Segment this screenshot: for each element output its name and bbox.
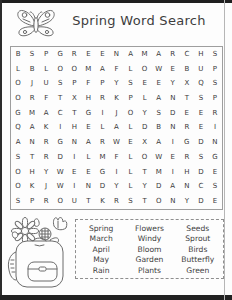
grid-cell-r7c15[interactable]: N (208, 135, 222, 150)
letter-grid: BSPGREENAMARCHSLBLOOMAFLOWEBUPOJUSPFPYSE… (10, 46, 223, 210)
daisy-flower (12, 218, 39, 245)
grid-cell-r10c5[interactable]: I (67, 180, 81, 195)
grid-cell-r2c13[interactable]: B (180, 62, 194, 77)
grid-cell-r4c14[interactable]: S (194, 91, 208, 106)
grid-cell-r10c15[interactable]: S (208, 180, 222, 195)
grid-cell-r1c11[interactable]: A (152, 47, 166, 62)
grid-cell-r9c1[interactable]: O (11, 165, 25, 180)
grid-cell-r8c2[interactable]: T (25, 150, 39, 165)
grid-cell-r4c13[interactable]: T (180, 91, 194, 106)
grid-cell-r2c7[interactable]: A (95, 62, 109, 77)
grid-cell-r11c13[interactable]: Y (180, 194, 194, 209)
grid-cell-r11c3[interactable]: R (39, 194, 53, 209)
grid-cell-r2c2[interactable]: B (25, 62, 39, 77)
butterfly-icon (15, 5, 57, 43)
grid-cell-r9c12[interactable]: I (166, 165, 180, 180)
grid-cell-r11c1[interactable]: S (11, 194, 25, 209)
grid-cell-r8c15[interactable]: G (208, 150, 222, 165)
grid-cell-r3c15[interactable]: S (208, 76, 222, 91)
grid-cell-r8c1[interactable]: S (11, 150, 25, 165)
grid-cell-r4c8[interactable]: K (109, 91, 123, 106)
grid-cell-r9c14[interactable]: D (194, 165, 208, 180)
word-flowers: Flowers (125, 224, 173, 233)
grid-cell-r11c7[interactable]: K (95, 194, 109, 209)
grid-cell-r10c9[interactable]: L (124, 180, 138, 195)
grid-cell-r8c3[interactable]: R (39, 150, 53, 165)
grid-cell-r7c10[interactable]: X (138, 135, 152, 150)
grid-cell-r10c13[interactable]: N (180, 180, 194, 195)
grid-cell-r9c13[interactable]: H (180, 165, 194, 180)
grid-cell-r7c7[interactable]: R (95, 135, 109, 150)
grid-cell-r10c11[interactable]: D (152, 180, 166, 195)
grid-cell-r5c5[interactable]: T (67, 106, 81, 121)
grid-cell-r6c2[interactable]: A (25, 121, 39, 136)
grid-cell-r5c6[interactable]: G (81, 106, 95, 121)
grid-cell-r2c10[interactable]: O (138, 62, 152, 77)
grid-cell-r8c10[interactable]: O (138, 150, 152, 165)
grid-cell-r7c12[interactable]: I (166, 135, 180, 150)
word-spring: Spring (77, 224, 125, 233)
grid-cell-r10c3[interactable]: J (39, 180, 53, 195)
grid-cell-r8c8[interactable]: F (109, 150, 123, 165)
grid-cell-r9c11[interactable]: M (152, 165, 166, 180)
grid-cell-r4c10[interactable]: L (138, 91, 152, 106)
grid-cell-r5c2[interactable]: M (25, 106, 39, 121)
grid-cell-r4c2[interactable]: R (25, 91, 39, 106)
grid-cell-r3c8[interactable]: Y (109, 76, 123, 91)
grid-cell-r10c12[interactable]: A (166, 180, 180, 195)
grid-cell-r1c14[interactable]: H (194, 47, 208, 62)
grid-cell-r7c2[interactable]: N (25, 135, 39, 150)
grid-cell-r5c3[interactable]: A (39, 106, 53, 121)
grid-cell-r1c10[interactable]: M (138, 47, 152, 62)
grid-cell-r2c15[interactable]: P (208, 62, 222, 77)
grid-cell-r5c8[interactable]: J (109, 106, 123, 121)
grid-cell-r3c6[interactable]: F (81, 76, 95, 91)
grid-cell-r6c13[interactable]: R (180, 121, 194, 136)
grid-cell-r11c14[interactable]: D (194, 194, 208, 209)
grid-cell-r4c3[interactable]: F (39, 91, 53, 106)
grid-cell-r11c6[interactable]: T (81, 194, 95, 209)
grid-cell-r7c4[interactable]: G (53, 135, 67, 150)
grid-cell-r2c4[interactable]: O (53, 62, 67, 77)
grid-cell-r11c2[interactable]: P (25, 194, 39, 209)
grid-cell-r9c5[interactable]: E (67, 165, 81, 180)
grid-cell-r3c14[interactable]: Q (194, 76, 208, 91)
grid-cell-r9c15[interactable]: E (208, 165, 222, 180)
grid-cell-r7c1[interactable]: A (11, 135, 25, 150)
grid-cell-r3c2[interactable]: J (25, 76, 39, 91)
grid-cell-r3c10[interactable]: E (138, 76, 152, 91)
grid-cell-r8c5[interactable]: I (67, 150, 81, 165)
grid-cell-r11c15[interactable]: E (208, 194, 222, 209)
grid-cell-r7c8[interactable]: W (109, 135, 123, 150)
word-windy: Windy (125, 234, 173, 243)
grid-cell-r5c9[interactable]: O (124, 106, 138, 121)
grid-cell-r11c8[interactable]: R (109, 194, 123, 209)
grid-cell-r7c6[interactable]: A (81, 135, 95, 150)
grid-cell-r1c3[interactable]: P (39, 47, 53, 62)
grid-cell-r8c11[interactable]: W (152, 150, 166, 165)
grid-cell-r6c15[interactable]: I (208, 121, 222, 136)
word-may: May (77, 255, 125, 264)
word-rain: Rain (77, 266, 125, 275)
grid-cell-r1c15[interactable]: S (208, 47, 222, 62)
grid-cell-r6c8[interactable]: A (109, 121, 123, 136)
grid-cell-r2c5[interactable]: O (67, 62, 81, 77)
word-green: Green (174, 266, 222, 275)
scan-edge-right (224, 0, 225, 300)
grid-cell-r6c11[interactable]: B (152, 121, 166, 136)
grid-cell-r3c3[interactable]: U (39, 76, 53, 91)
page-title: Spring Word Search (56, 13, 222, 28)
grid-cell-r4c1[interactable]: O (11, 91, 25, 106)
word-plants: Plants (125, 266, 173, 275)
grid-cell-r8c9[interactable]: L (124, 150, 138, 165)
grid-cell-r2c12[interactable]: E (166, 62, 180, 77)
grid-cell-r9c3[interactable]: Y (39, 165, 53, 180)
grid-cell-r3c1[interactable]: O (11, 76, 25, 91)
grid-cell-r6c1[interactable]: Q (11, 121, 25, 136)
word-garden: Garden (125, 255, 173, 264)
grid-cell-r9c7[interactable]: G (95, 165, 109, 180)
grid-cell-r1c2[interactable]: S (25, 47, 39, 62)
grid-cell-r8c4[interactable]: D (53, 150, 67, 165)
grid-cell-r4c12[interactable]: N (166, 91, 180, 106)
grid-cell-r7c9[interactable]: E (124, 135, 138, 150)
grid-cell-r3c4[interactable]: S (53, 76, 67, 91)
grid-cell-r8c6[interactable]: L (81, 150, 95, 165)
grid-cell-r10c1[interactable]: O (11, 180, 25, 195)
grid-cell-r7c14[interactable]: D (194, 135, 208, 150)
scan-edge-top (0, 0, 232, 3)
grid-cell-r5c1[interactable]: G (11, 106, 25, 121)
grid-cell-r4c15[interactable]: P (208, 91, 222, 106)
grid-cell-r2c14[interactable]: U (194, 62, 208, 77)
grid-cell-r9c4[interactable]: W (53, 165, 67, 180)
grid-cell-r9c2[interactable]: H (25, 165, 39, 180)
grid-cell-r2c3[interactable]: L (39, 62, 53, 77)
grid-cell-r4c6[interactable]: H (81, 91, 95, 106)
word-bloom: Bloom (125, 245, 173, 254)
grid-cell-r6c9[interactable]: L (124, 121, 138, 136)
grid-cell-r4c5[interactable]: X (67, 91, 81, 106)
grid-cell-r1c12[interactable]: R (166, 47, 180, 62)
grid-cell-r6c4[interactable]: I (53, 121, 67, 136)
grid-cell-r6c12[interactable]: N (166, 121, 180, 136)
grid-cell-r8c7[interactable]: M (95, 150, 109, 165)
grid-cell-r3c9[interactable]: S (124, 76, 138, 91)
grid-cell-r10c2[interactable]: K (25, 180, 39, 195)
grid-cell-r7c13[interactable]: G (180, 135, 194, 150)
grid-cell-r5c15[interactable]: R (208, 106, 222, 121)
grid-cell-r6c5[interactable]: H (67, 121, 81, 136)
word-april: April (77, 245, 125, 254)
grid-cell-r11c10[interactable]: T (138, 194, 152, 209)
grid-cell-r1c6[interactable]: E (81, 47, 95, 62)
grid-cell-r10c6[interactable]: N (81, 180, 95, 195)
grid-cell-r7c3[interactable]: R (39, 135, 53, 150)
word-list: SpringFlowersSeedsMarchWindySproutAprilB… (75, 219, 224, 279)
grid-cell-r5c11[interactable]: S (152, 106, 166, 121)
grid-cell-r11c12[interactable]: N (166, 194, 180, 209)
grid-cell-r1c8[interactable]: N (109, 47, 123, 62)
grid-cell-r11c11[interactable]: O (152, 194, 166, 209)
grid-cell-r2c8[interactable]: F (109, 62, 123, 77)
grid-cell-r2c1[interactable]: L (11, 62, 25, 77)
word-sprout: Sprout (174, 234, 222, 243)
grid-cell-r10c10[interactable]: Y (138, 180, 152, 195)
grid-cell-r3c7[interactable]: P (95, 76, 109, 91)
grid-cell-r2c9[interactable]: L (124, 62, 138, 77)
grid-cell-r1c7[interactable]: E (95, 47, 109, 62)
grid-cell-r4c4[interactable]: T (53, 91, 67, 106)
grid-cell-r9c6[interactable]: E (81, 165, 95, 180)
grid-cell-r1c5[interactable]: R (67, 47, 81, 62)
grid-cell-r1c4[interactable]: G (53, 47, 67, 62)
grid-cell-r11c5[interactable]: U (67, 194, 81, 209)
grid-cell-r10c7[interactable]: D (95, 180, 109, 195)
grid-cell-r1c1[interactable]: B (11, 47, 25, 62)
grid-cell-r9c9[interactable]: L (124, 165, 138, 180)
grid-cell-r2c6[interactable]: M (81, 62, 95, 77)
grid-cell-r3c13[interactable]: X (180, 76, 194, 91)
grid-cell-r10c14[interactable]: C (194, 180, 208, 195)
backpack-flowers-icon (2, 214, 78, 300)
grid-cell-r3c12[interactable]: Y (166, 76, 180, 91)
grid-cell-r6c3[interactable]: K (39, 121, 53, 136)
grid-cell-r5c10[interactable]: Y (138, 106, 152, 121)
grid-cell-r4c9[interactable]: P (124, 91, 138, 106)
grid-cell-r8c12[interactable]: E (166, 150, 180, 165)
grid-cell-r3c11[interactable]: E (152, 76, 166, 91)
grid-cell-r9c10[interactable]: T (138, 165, 152, 180)
grid-cell-r2c11[interactable]: W (152, 62, 166, 77)
grid-cell-r6c10[interactable]: D (138, 121, 152, 136)
grid-cell-r6c14[interactable]: E (194, 121, 208, 136)
grid-cell-r9c8[interactable]: I (109, 165, 123, 180)
grid-cell-r10c8[interactable]: Y (109, 180, 123, 195)
grid-cell-r5c14[interactable]: E (194, 106, 208, 121)
grid-cell-r8c13[interactable]: R (180, 150, 194, 165)
grid-cell-r11c4[interactable]: O (53, 194, 67, 209)
grid-cell-r3c5[interactable]: P (67, 76, 81, 91)
grid-cell-r1c13[interactable]: C (180, 47, 194, 62)
word-butterfly: Butterfly (174, 255, 222, 264)
grid-cell-r10c4[interactable]: W (53, 180, 67, 195)
grid-cell-r1c9[interactable]: A (124, 47, 138, 62)
grid-cell-r7c11[interactable]: A (152, 135, 166, 150)
grid-cell-r5c4[interactable]: C (53, 106, 67, 121)
grid-cell-r6c7[interactable]: L (95, 121, 109, 136)
word-seeds: Seeds (174, 224, 222, 233)
word-birds: Birds (174, 245, 222, 254)
grid-cell-r6c6[interactable]: E (81, 121, 95, 136)
word-march: March (77, 234, 125, 243)
grid-cell-r11c9[interactable]: S (124, 194, 138, 209)
grid-cell-r4c11[interactable]: A (152, 91, 166, 106)
grid-cell-r5c13[interactable]: E (180, 106, 194, 121)
grid-cell-r7c5[interactable]: N (67, 135, 81, 150)
grid-cell-r5c12[interactable]: D (166, 106, 180, 121)
grid-cell-r4c7[interactable]: R (95, 91, 109, 106)
grid-cell-r8c14[interactable]: S (194, 150, 208, 165)
grid-cell-r5c7[interactable]: I (95, 106, 109, 121)
worksheet-page: Spring Word Search BSPGREENAMARCHSLBLOOM… (0, 0, 232, 300)
